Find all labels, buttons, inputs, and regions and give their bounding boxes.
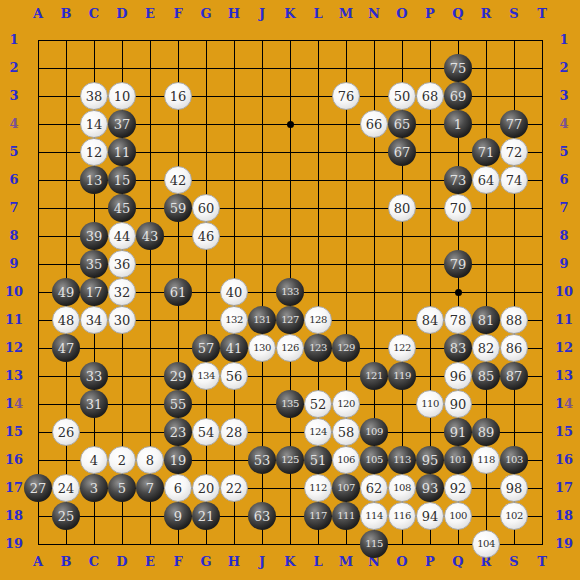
stone-white-64-R6[interactable]: 64 <box>472 166 500 194</box>
column-label-Q: Q <box>446 554 470 570</box>
row-label-13: 13 <box>2 368 26 384</box>
stone-black-51-L16[interactable]: 51 <box>304 446 332 474</box>
stone-number: 94 <box>422 510 439 523</box>
stone-number: 10 <box>114 90 131 103</box>
stone-number: 86 <box>506 342 523 355</box>
stone-number: 129 <box>337 343 355 353</box>
stone-number: 79 <box>450 258 467 271</box>
stone-white-68-P3[interactable]: 68 <box>416 82 444 110</box>
stone-black-67-O5[interactable]: 67 <box>388 138 416 166</box>
column-label-S: S <box>502 554 526 570</box>
stone-number: 71 <box>478 146 495 159</box>
stone-black-89-R15[interactable]: 89 <box>472 418 500 446</box>
stone-number: 57 <box>198 342 215 355</box>
stone-number: 87 <box>506 370 523 383</box>
column-label-D: D <box>110 6 134 22</box>
stone-black-45-D7[interactable]: 45 <box>108 194 136 222</box>
stone-white-10-D3[interactable]: 10 <box>108 82 136 110</box>
stone-black-103-S16[interactable]: 103 <box>500 446 528 474</box>
row-label-11: 11 <box>2 312 26 328</box>
stone-number: 84 <box>422 314 439 327</box>
stone-black-59-F7[interactable]: 59 <box>164 194 192 222</box>
stone-black-57-G12[interactable]: 57 <box>192 334 220 362</box>
column-label-F: F <box>166 6 190 22</box>
column-label-J: J <box>250 554 274 570</box>
stone-white-2-D16[interactable]: 2 <box>108 446 136 474</box>
stone-number: 112 <box>309 483 327 493</box>
stone-white-110-P14[interactable]: 110 <box>416 390 444 418</box>
stone-white-58-M15[interactable]: 58 <box>332 418 360 446</box>
stone-number: 11 <box>114 146 131 159</box>
stone-black-33-C13[interactable]: 33 <box>80 362 108 390</box>
column-label-L: L <box>306 554 330 570</box>
stone-number: 104 <box>477 539 495 549</box>
stone-number: 55 <box>170 398 187 411</box>
stone-black-71-R5[interactable]: 71 <box>472 138 500 166</box>
stone-white-28-H15[interactable]: 28 <box>220 418 248 446</box>
stone-white-88-S11[interactable]: 88 <box>500 306 528 334</box>
column-label-H: H <box>222 6 246 22</box>
row-label-6: 6 <box>2 172 26 188</box>
stone-white-30-D11[interactable]: 30 <box>108 306 136 334</box>
row-label-14: 14 <box>552 396 576 412</box>
stone-number: 69 <box>450 90 467 103</box>
stone-number: 102 <box>505 511 523 521</box>
stone-white-132-H11[interactable]: 132 <box>220 306 248 334</box>
stone-number: 131 <box>253 315 271 325</box>
stone-black-81-R11[interactable]: 81 <box>472 306 500 334</box>
stone-number: 9 <box>174 510 182 523</box>
column-label-O: O <box>390 554 414 570</box>
stone-white-114-N18[interactable]: 114 <box>360 502 388 530</box>
stone-white-36-D9[interactable]: 36 <box>108 250 136 278</box>
stone-number: 54 <box>198 426 215 439</box>
stone-black-27-A17[interactable]: 27 <box>24 474 52 502</box>
stone-black-111-M18[interactable]: 111 <box>332 502 360 530</box>
stone-black-83-Q12[interactable]: 83 <box>444 334 472 362</box>
stone-white-66-N4[interactable]: 66 <box>360 110 388 138</box>
stone-white-124-L15[interactable]: 124 <box>304 418 332 446</box>
stone-number: 118 <box>477 455 495 465</box>
stone-black-5-D17[interactable]: 5 <box>108 474 136 502</box>
row-label-8: 8 <box>552 228 576 244</box>
stone-number: 98 <box>506 482 523 495</box>
stone-number: 58 <box>338 426 355 439</box>
stone-white-86-S12[interactable]: 86 <box>500 334 528 362</box>
stone-number: 45 <box>114 202 131 215</box>
stone-black-37-D4[interactable]: 37 <box>108 110 136 138</box>
stone-number: 51 <box>310 454 327 467</box>
row-label-2: 2 <box>2 60 26 76</box>
row-label-13: 13 <box>552 368 576 384</box>
stone-number: 32 <box>114 286 131 299</box>
stone-white-72-S5[interactable]: 72 <box>500 138 528 166</box>
stone-white-22-H17[interactable]: 22 <box>220 474 248 502</box>
stone-white-52-L14[interactable]: 52 <box>304 390 332 418</box>
stone-black-7-E17[interactable]: 7 <box>136 474 164 502</box>
stone-number: 17 <box>86 286 103 299</box>
stone-white-94-P18[interactable]: 94 <box>416 502 444 530</box>
stone-black-73-Q6[interactable]: 73 <box>444 166 472 194</box>
stone-number: 134 <box>197 371 215 381</box>
stone-number: 77 <box>506 118 523 131</box>
stone-number: 12 <box>86 146 103 159</box>
stone-black-113-O16[interactable]: 113 <box>388 446 416 474</box>
stone-black-29-F13[interactable]: 29 <box>164 362 192 390</box>
stone-number: 61 <box>170 286 187 299</box>
stone-black-115-N19[interactable]: 115 <box>360 530 388 558</box>
stone-white-126-K12[interactable]: 126 <box>276 334 304 362</box>
stone-white-40-H10[interactable]: 40 <box>220 278 248 306</box>
stone-white-42-F6[interactable]: 42 <box>164 166 192 194</box>
row-label-3: 3 <box>2 88 26 104</box>
stone-white-130-J12[interactable]: 130 <box>248 334 276 362</box>
row-label-8: 8 <box>2 228 26 244</box>
column-label-D: D <box>110 554 134 570</box>
stone-number: 49 <box>58 286 75 299</box>
stone-white-48-B11[interactable]: 48 <box>52 306 80 334</box>
stone-number: 40 <box>226 286 243 299</box>
stone-black-19-F16[interactable]: 19 <box>164 446 192 474</box>
stone-number: 113 <box>393 455 411 465</box>
stone-number: 26 <box>58 426 75 439</box>
stone-black-43-E8[interactable]: 43 <box>136 222 164 250</box>
stone-white-74-S6[interactable]: 74 <box>500 166 528 194</box>
stone-white-20-G17[interactable]: 20 <box>192 474 220 502</box>
column-label-B: B <box>54 6 78 22</box>
stone-white-14-C4[interactable]: 14 <box>80 110 108 138</box>
stone-white-4-C16[interactable]: 4 <box>80 446 108 474</box>
stone-black-135-K14[interactable]: 135 <box>276 390 304 418</box>
stone-number: 90 <box>450 398 467 411</box>
stone-number: 116 <box>393 511 411 521</box>
stone-black-95-P16[interactable]: 95 <box>416 446 444 474</box>
stone-number: 15 <box>114 174 131 187</box>
stone-number: 33 <box>86 370 103 383</box>
stone-white-102-S18[interactable]: 102 <box>500 502 528 530</box>
column-label-G: G <box>194 6 218 22</box>
stone-number: 100 <box>449 511 467 521</box>
stone-number: 83 <box>450 342 467 355</box>
stone-number: 60 <box>198 202 215 215</box>
stone-number: 91 <box>450 426 467 439</box>
stone-black-35-C9[interactable]: 35 <box>80 250 108 278</box>
stone-number: 85 <box>478 370 495 383</box>
stone-number: 117 <box>309 511 327 521</box>
row-label-3: 3 <box>552 88 576 104</box>
stone-black-23-F15[interactable]: 23 <box>164 418 192 446</box>
stone-white-32-D10[interactable]: 32 <box>108 278 136 306</box>
column-label-E: E <box>138 554 162 570</box>
stone-black-121-N13[interactable]: 121 <box>360 362 388 390</box>
stone-white-38-C3[interactable]: 38 <box>80 82 108 110</box>
stone-number: 28 <box>226 426 243 439</box>
row-label-5: 5 <box>552 144 576 160</box>
stone-number: 105 <box>365 455 383 465</box>
stone-white-84-P11[interactable]: 84 <box>416 306 444 334</box>
column-label-E: E <box>138 6 162 22</box>
stone-black-87-S13[interactable]: 87 <box>500 362 528 390</box>
column-label-A: A <box>26 6 50 22</box>
column-label-C: C <box>82 6 106 22</box>
stone-white-122-O12[interactable]: 122 <box>388 334 416 362</box>
column-label-M: M <box>334 6 358 22</box>
stone-number: 52 <box>310 398 327 411</box>
stone-black-101-Q16[interactable]: 101 <box>444 446 472 474</box>
stone-black-125-K16[interactable]: 125 <box>276 446 304 474</box>
stone-number: 67 <box>394 146 411 159</box>
stone-white-24-B17[interactable]: 24 <box>52 474 80 502</box>
stone-number: 119 <box>393 371 411 381</box>
row-label-4: 4 <box>2 116 26 132</box>
stone-number: 37 <box>114 118 131 131</box>
column-label-K: K <box>278 6 302 22</box>
stone-black-109-N15[interactable]: 109 <box>360 418 388 446</box>
stone-number: 48 <box>58 314 75 327</box>
row-label-1: 1 <box>2 32 26 48</box>
stone-white-26-B15[interactable]: 26 <box>52 418 80 446</box>
stone-number: 59 <box>170 202 187 215</box>
stone-number: 101 <box>449 455 467 465</box>
stone-number: 74 <box>506 174 523 187</box>
stone-number: 135 <box>281 399 299 409</box>
stone-white-90-Q14[interactable]: 90 <box>444 390 472 418</box>
stone-black-63-J18[interactable]: 63 <box>248 502 276 530</box>
stone-number: 73 <box>450 174 467 187</box>
row-label-7: 7 <box>552 200 576 216</box>
stone-black-65-O4[interactable]: 65 <box>388 110 416 138</box>
stone-white-6-F17[interactable]: 6 <box>164 474 192 502</box>
row-label-7: 7 <box>2 200 26 216</box>
stone-number: 56 <box>226 370 243 383</box>
stone-white-112-L17[interactable]: 112 <box>304 474 332 502</box>
stone-black-17-C10[interactable]: 17 <box>80 278 108 306</box>
stone-number: 31 <box>86 398 103 411</box>
stone-white-62-N17[interactable]: 62 <box>360 474 388 502</box>
stone-black-25-B18[interactable]: 25 <box>52 502 80 530</box>
stone-number: 120 <box>337 399 355 409</box>
stone-number: 6 <box>174 482 182 495</box>
stone-white-100-Q18[interactable]: 100 <box>444 502 472 530</box>
stone-black-107-M17[interactable]: 107 <box>332 474 360 502</box>
column-label-B: B <box>54 554 78 570</box>
stone-number: 30 <box>114 314 131 327</box>
stone-number: 95 <box>422 454 439 467</box>
stone-white-8-E16[interactable]: 8 <box>136 446 164 474</box>
stone-black-131-J11[interactable]: 131 <box>248 306 276 334</box>
stone-white-60-G7[interactable]: 60 <box>192 194 220 222</box>
stone-white-118-R16[interactable]: 118 <box>472 446 500 474</box>
stone-number: 8 <box>146 454 154 467</box>
stone-number: 75 <box>450 62 467 75</box>
row-label-16: 16 <box>2 452 26 468</box>
stone-white-128-L11[interactable]: 128 <box>304 306 332 334</box>
stone-number: 29 <box>170 370 187 383</box>
stone-black-1-Q4[interactable]: 1 <box>444 110 472 138</box>
stone-white-34-C11[interactable]: 34 <box>80 306 108 334</box>
stone-white-104-R19[interactable]: 104 <box>472 530 500 558</box>
stone-black-123-L12[interactable]: 123 <box>304 334 332 362</box>
stone-white-116-O18[interactable]: 116 <box>388 502 416 530</box>
stone-black-31-C14[interactable]: 31 <box>80 390 108 418</box>
column-label-C: C <box>82 554 106 570</box>
stone-white-78-Q11[interactable]: 78 <box>444 306 472 334</box>
stone-black-75-Q2[interactable]: 75 <box>444 54 472 82</box>
stone-white-16-F3[interactable]: 16 <box>164 82 192 110</box>
stone-number: 103 <box>505 455 523 465</box>
stone-black-49-B10[interactable]: 49 <box>52 278 80 306</box>
stone-black-53-J16[interactable]: 53 <box>248 446 276 474</box>
stone-black-15-D6[interactable]: 15 <box>108 166 136 194</box>
stone-black-93-P17[interactable]: 93 <box>416 474 444 502</box>
stone-black-85-R13[interactable]: 85 <box>472 362 500 390</box>
stone-number: 25 <box>58 510 75 523</box>
stone-number: 46 <box>198 230 215 243</box>
stone-white-70-Q7[interactable]: 70 <box>444 194 472 222</box>
stone-white-12-C5[interactable]: 12 <box>80 138 108 166</box>
stone-black-119-O13[interactable]: 119 <box>388 362 416 390</box>
stone-black-127-K11[interactable]: 127 <box>276 306 304 334</box>
row-label-14: 14 <box>2 396 26 412</box>
row-label-10: 10 <box>552 284 576 300</box>
stone-white-50-O3[interactable]: 50 <box>388 82 416 110</box>
column-label-R: R <box>474 6 498 22</box>
stone-white-46-G8[interactable]: 46 <box>192 222 220 250</box>
row-label-6: 6 <box>552 172 576 188</box>
stone-white-120-M14[interactable]: 120 <box>332 390 360 418</box>
stone-black-11-D5[interactable]: 11 <box>108 138 136 166</box>
row-label-19: 19 <box>2 536 26 552</box>
stone-black-47-B12[interactable]: 47 <box>52 334 80 362</box>
row-label-17: 17 <box>552 480 576 496</box>
stone-black-61-F10[interactable]: 61 <box>164 278 192 306</box>
stone-number: 63 <box>254 510 271 523</box>
stone-number: 122 <box>393 343 411 353</box>
column-label-T: T <box>530 554 554 570</box>
stone-number: 130 <box>253 343 271 353</box>
stone-number: 111 <box>337 511 355 521</box>
go-board-diagram: ABCDEFGHJKLMNOPQRST ABCDEFGHJKLMNOPQRST … <box>0 0 580 580</box>
star-point-Q10 <box>455 289 462 296</box>
row-label-19: 19 <box>552 536 576 552</box>
stone-black-3-C17[interactable]: 3 <box>80 474 108 502</box>
row-label-11: 11 <box>552 312 576 328</box>
row-label-4: 4 <box>552 116 576 132</box>
stone-black-69-Q3[interactable]: 69 <box>444 82 472 110</box>
stone-number: 121 <box>365 371 383 381</box>
row-label-15: 15 <box>2 424 26 440</box>
stone-black-133-K10[interactable]: 133 <box>276 278 304 306</box>
row-label-15: 15 <box>552 424 576 440</box>
stone-number: 107 <box>337 483 355 493</box>
stone-number: 106 <box>337 455 355 465</box>
row-label-18: 18 <box>2 508 26 524</box>
stone-number: 2 <box>118 454 126 467</box>
column-label-P: P <box>418 554 442 570</box>
stone-white-76-M3[interactable]: 76 <box>332 82 360 110</box>
stone-number: 42 <box>170 174 187 187</box>
stone-number: 47 <box>58 342 75 355</box>
stone-number: 82 <box>478 342 495 355</box>
stone-number: 4 <box>90 454 98 467</box>
row-label-18: 18 <box>552 508 576 524</box>
stone-number: 62 <box>366 482 383 495</box>
stone-white-82-R12[interactable]: 82 <box>472 334 500 362</box>
stone-number: 20 <box>198 482 215 495</box>
stone-number: 41 <box>226 342 243 355</box>
column-label-T: T <box>530 6 554 22</box>
stone-number: 5 <box>118 482 126 495</box>
stone-number: 7 <box>146 482 154 495</box>
stone-white-106-M16[interactable]: 106 <box>332 446 360 474</box>
stone-white-44-D8[interactable]: 44 <box>108 222 136 250</box>
stone-number: 89 <box>478 426 495 439</box>
stone-number: 76 <box>338 90 355 103</box>
row-label-5: 5 <box>2 144 26 160</box>
stone-black-105-N16[interactable]: 105 <box>360 446 388 474</box>
stone-number: 80 <box>394 202 411 215</box>
stone-white-54-G15[interactable]: 54 <box>192 418 220 446</box>
stone-number: 14 <box>86 118 103 131</box>
stone-number: 72 <box>506 146 523 159</box>
stone-number: 93 <box>422 482 439 495</box>
stone-black-13-C6[interactable]: 13 <box>80 166 108 194</box>
stone-number: 126 <box>281 343 299 353</box>
column-label-M: M <box>334 554 358 570</box>
stone-number: 34 <box>86 314 103 327</box>
stone-black-21-G18[interactable]: 21 <box>192 502 220 530</box>
stone-black-9-F18[interactable]: 9 <box>164 502 192 530</box>
stone-number: 125 <box>281 455 299 465</box>
stone-number: 44 <box>114 230 131 243</box>
stone-number: 92 <box>450 482 467 495</box>
stone-black-55-F14[interactable]: 55 <box>164 390 192 418</box>
stone-number: 123 <box>309 343 327 353</box>
stone-number: 1 <box>454 118 462 131</box>
row-label-17: 17 <box>2 480 26 496</box>
column-label-J: J <box>250 6 274 22</box>
stone-number: 22 <box>226 482 243 495</box>
stone-white-80-O7[interactable]: 80 <box>388 194 416 222</box>
row-label-10: 10 <box>2 284 26 300</box>
stone-white-96-Q13[interactable]: 96 <box>444 362 472 390</box>
stone-number: 19 <box>170 454 187 467</box>
stone-number: 96 <box>450 370 467 383</box>
column-label-H: H <box>222 554 246 570</box>
stone-number: 66 <box>366 118 383 131</box>
stone-white-92-Q17[interactable]: 92 <box>444 474 472 502</box>
star-point-K4 <box>287 121 294 128</box>
stone-black-39-C8[interactable]: 39 <box>80 222 108 250</box>
stone-number: 88 <box>506 314 523 327</box>
stone-number: 132 <box>225 315 243 325</box>
stone-black-91-Q15[interactable]: 91 <box>444 418 472 446</box>
stone-number: 50 <box>394 90 411 103</box>
stone-black-79-Q9[interactable]: 79 <box>444 250 472 278</box>
column-label-L: L <box>306 6 330 22</box>
stone-black-117-L18[interactable]: 117 <box>304 502 332 530</box>
stone-number: 65 <box>394 118 411 131</box>
stone-white-134-G13[interactable]: 134 <box>192 362 220 390</box>
stone-white-98-S17[interactable]: 98 <box>500 474 528 502</box>
stone-black-41-H12[interactable]: 41 <box>220 334 248 362</box>
stone-black-77-S4[interactable]: 77 <box>500 110 528 138</box>
stone-number: 23 <box>170 426 187 439</box>
stone-white-108-O17[interactable]: 108 <box>388 474 416 502</box>
stone-white-56-H13[interactable]: 56 <box>220 362 248 390</box>
stone-black-129-M12[interactable]: 129 <box>332 334 360 362</box>
stone-number: 68 <box>422 90 439 103</box>
